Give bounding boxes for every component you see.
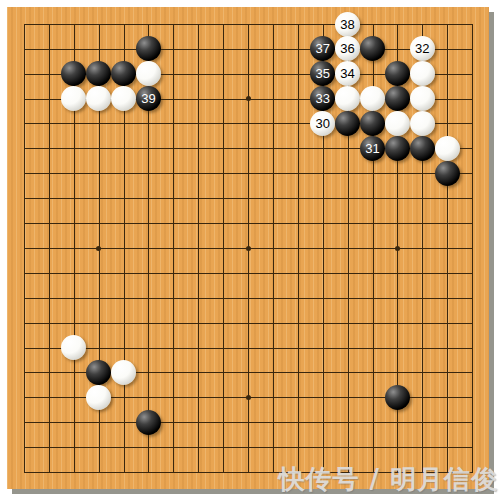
star-point [246, 246, 251, 251]
star-point [395, 246, 400, 251]
move-number: 38 [340, 18, 354, 31]
watermark-text: 快传号 / 明月信俊 [278, 462, 498, 497]
move-number: 33 [315, 92, 329, 105]
stone-white [136, 61, 161, 86]
stone-black-39: 39 [136, 86, 161, 111]
stone-white-34: 34 [335, 61, 360, 86]
stone-black [335, 111, 360, 136]
stone-black-31: 31 [360, 136, 385, 161]
page-background: 39383736323534333031 快传号 / 明月信俊 [0, 0, 500, 500]
stone-white [111, 86, 136, 111]
stone-black [435, 161, 460, 186]
star-point [96, 246, 101, 251]
stone-white [61, 86, 86, 111]
stone-white [435, 136, 460, 161]
stone-white [61, 335, 86, 360]
stone-black [136, 36, 161, 61]
stone-black [360, 36, 385, 61]
stone-white [111, 360, 136, 385]
stone-black [385, 385, 410, 410]
stone-white-38: 38 [335, 12, 360, 37]
star-point [246, 395, 251, 400]
stone-white [410, 86, 435, 111]
stone-black-33: 33 [310, 86, 335, 111]
stone-white-32: 32 [410, 36, 435, 61]
stone-white [86, 385, 111, 410]
move-number: 32 [415, 42, 429, 55]
stone-black [410, 136, 435, 161]
stone-white-30: 30 [310, 111, 335, 136]
stone-white [385, 111, 410, 136]
stone-white [360, 86, 385, 111]
stone-black [61, 61, 86, 86]
stone-black [86, 61, 111, 86]
move-number: 34 [340, 67, 354, 80]
stone-black [360, 111, 385, 136]
go-board: 39383736323534333031 [7, 7, 489, 489]
move-number: 30 [315, 117, 329, 130]
stone-black-35: 35 [310, 61, 335, 86]
star-point [246, 96, 251, 101]
stone-white-36: 36 [335, 36, 360, 61]
move-number: 37 [315, 42, 329, 55]
stone-black [86, 360, 111, 385]
stone-black [385, 136, 410, 161]
move-number: 31 [365, 142, 379, 155]
stone-black [385, 61, 410, 86]
stone-white [410, 61, 435, 86]
stone-black-37: 37 [310, 36, 335, 61]
stone-white [335, 86, 360, 111]
goban-grid: 39383736323534333031 [12, 12, 485, 485]
stone-black [111, 61, 136, 86]
stone-white [86, 86, 111, 111]
move-number: 35 [315, 67, 329, 80]
stone-white [410, 111, 435, 136]
stone-black [385, 86, 410, 111]
move-number: 39 [141, 92, 155, 105]
stone-black [136, 410, 161, 435]
move-number: 36 [340, 42, 354, 55]
